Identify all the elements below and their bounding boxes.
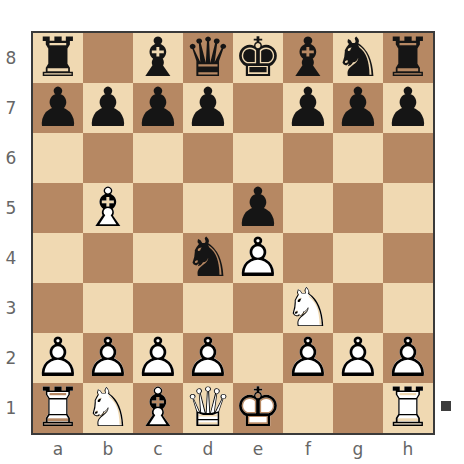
piece-black-pawn: ♟ [283, 83, 333, 133]
square-g6[interactable] [333, 133, 383, 183]
square-f5[interactable] [283, 183, 333, 233]
square-h5[interactable] [383, 183, 433, 233]
rank-label-8: 8 [0, 33, 22, 83]
piece-white-pawn: ♟ [383, 333, 433, 383]
square-h7[interactable]: ♟ [383, 83, 433, 133]
file-label-h: h [383, 437, 433, 461]
piece-black-pawn: ♟ [333, 83, 383, 133]
piece-white-pawn: ♟ [83, 333, 133, 383]
square-c3[interactable] [133, 283, 183, 333]
square-h3[interactable] [383, 283, 433, 333]
square-b6[interactable] [83, 133, 133, 183]
file-label-g: g [333, 437, 383, 461]
square-g3[interactable] [333, 283, 383, 333]
piece-white-pawn: ♟ [233, 233, 283, 283]
piece-white-pawn-outline: ♙ [383, 333, 433, 383]
rank-label-7: 7 [0, 83, 22, 133]
square-h2[interactable]: ♟♙ [383, 333, 433, 383]
square-a7[interactable]: ♟ [33, 83, 83, 133]
file-label-a: a [33, 437, 83, 461]
square-e7[interactable] [233, 83, 283, 133]
square-g5[interactable] [333, 183, 383, 233]
rank-label-6: 6 [0, 133, 22, 183]
piece-white-queen-outline: ♕ [183, 383, 233, 433]
square-e3[interactable] [233, 283, 283, 333]
piece-black-pawn: ♟ [183, 83, 233, 133]
square-c4[interactable] [133, 233, 183, 283]
square-b5[interactable]: ♝♗ [83, 183, 133, 233]
square-c1[interactable]: ♝♗ [133, 383, 183, 433]
square-b2[interactable]: ♟♙ [83, 333, 133, 383]
square-h1[interactable]: ♜♖ [383, 383, 433, 433]
square-g4[interactable] [333, 233, 383, 283]
piece-white-pawn: ♟ [333, 333, 383, 383]
piece-black-knight: ♞ [183, 233, 233, 283]
square-f7[interactable]: ♟ [283, 83, 333, 133]
piece-white-bishop-outline: ♗ [83, 183, 133, 233]
piece-white-rook: ♜ [33, 383, 83, 433]
square-b4[interactable] [83, 233, 133, 283]
file-label-e: e [233, 437, 283, 461]
piece-white-knight-outline: ♘ [83, 383, 133, 433]
square-e1[interactable]: ♚♔ [233, 383, 283, 433]
square-a8[interactable]: ♜ [33, 33, 83, 83]
piece-black-rook: ♜ [383, 33, 433, 83]
square-g7[interactable]: ♟ [333, 83, 383, 133]
square-c8[interactable]: ♝ [133, 33, 183, 83]
piece-white-rook: ♜ [383, 383, 433, 433]
square-a4[interactable] [33, 233, 83, 283]
rank-label-5: 5 [0, 183, 22, 233]
piece-white-rook-outline: ♖ [383, 383, 433, 433]
piece-white-knight: ♞ [83, 383, 133, 433]
piece-black-knight: ♞ [333, 33, 383, 83]
piece-white-pawn-outline: ♙ [183, 333, 233, 383]
square-d4[interactable]: ♞ [183, 233, 233, 283]
square-f1[interactable] [283, 383, 333, 433]
rank-label-2: 2 [0, 333, 22, 383]
square-g2[interactable]: ♟♙ [333, 333, 383, 383]
piece-black-pawn: ♟ [33, 83, 83, 133]
piece-white-pawn-outline: ♙ [283, 333, 333, 383]
piece-black-queen: ♛ [183, 33, 233, 83]
square-c2[interactable]: ♟♙ [133, 333, 183, 383]
piece-white-pawn-outline: ♙ [233, 233, 283, 283]
piece-black-bishop: ♝ [283, 33, 333, 83]
piece-white-pawn-outline: ♙ [133, 333, 183, 383]
piece-black-pawn: ♟ [383, 83, 433, 133]
piece-white-pawn-outline: ♙ [333, 333, 383, 383]
square-d1[interactable]: ♛♕ [183, 383, 233, 433]
piece-black-pawn: ♟ [83, 83, 133, 133]
rank-label-1: 1 [0, 383, 22, 433]
square-f8[interactable]: ♝ [283, 33, 333, 83]
piece-white-pawn: ♟ [283, 333, 333, 383]
piece-white-king-outline: ♔ [233, 383, 283, 433]
file-label-c: c [133, 437, 183, 461]
square-e5[interactable]: ♟ [233, 183, 283, 233]
rank-label-3: 3 [0, 283, 22, 333]
piece-white-rook-outline: ♖ [33, 383, 83, 433]
square-b7[interactable]: ♟ [83, 83, 133, 133]
piece-white-knight-outline: ♘ [283, 283, 333, 333]
square-e8[interactable]: ♚ [233, 33, 283, 83]
square-c5[interactable] [133, 183, 183, 233]
rank-label-4: 4 [0, 233, 22, 283]
piece-black-pawn: ♟ [133, 83, 183, 133]
square-e6[interactable] [233, 133, 283, 183]
piece-black-bishop: ♝ [133, 33, 183, 83]
chess-board-screenshot: ♜♝♛♚♝♞♜♟♟♟♟♟♟♟♝♗♟♞♟♙♞♘♟♙♟♙♟♙♟♙♟♙♟♙♟♙♜♖♞♘… [0, 0, 464, 464]
square-e4[interactable]: ♟♙ [233, 233, 283, 283]
square-g8[interactable]: ♞ [333, 33, 383, 83]
square-c7[interactable]: ♟ [133, 83, 183, 133]
square-a6[interactable] [33, 133, 83, 183]
piece-black-pawn: ♟ [233, 183, 283, 233]
piece-white-king: ♚ [233, 383, 283, 433]
piece-white-queen: ♛ [183, 383, 233, 433]
square-h8[interactable]: ♜ [383, 33, 433, 83]
file-label-f: f [283, 437, 333, 461]
file-label-d: d [183, 437, 233, 461]
move-indicator [441, 401, 451, 411]
piece-black-rook: ♜ [33, 33, 83, 83]
square-d6[interactable] [183, 133, 233, 183]
piece-white-pawn: ♟ [133, 333, 183, 383]
square-d2[interactable]: ♟♙ [183, 333, 233, 383]
square-e2[interactable] [233, 333, 283, 383]
square-a2[interactable]: ♟♙ [33, 333, 83, 383]
square-a1[interactable]: ♜♖ [33, 383, 83, 433]
piece-white-pawn-outline: ♙ [33, 333, 83, 383]
piece-white-knight: ♞ [283, 283, 333, 333]
square-d5[interactable] [183, 183, 233, 233]
piece-white-pawn: ♟ [183, 333, 233, 383]
piece-white-bishop: ♝ [83, 183, 133, 233]
square-a3[interactable] [33, 283, 83, 333]
piece-white-pawn: ♟ [33, 333, 83, 383]
piece-white-pawn-outline: ♙ [83, 333, 133, 383]
square-b8[interactable] [83, 33, 133, 83]
square-c6[interactable] [133, 133, 183, 183]
square-g1[interactable] [333, 383, 383, 433]
square-b3[interactable] [83, 283, 133, 333]
square-d7[interactable]: ♟ [183, 83, 233, 133]
square-f2[interactable]: ♟♙ [283, 333, 333, 383]
square-d3[interactable] [183, 283, 233, 333]
square-a5[interactable] [33, 183, 83, 233]
square-f4[interactable] [283, 233, 333, 283]
piece-black-king: ♚ [233, 33, 283, 83]
square-h6[interactable] [383, 133, 433, 183]
piece-white-bishop-outline: ♗ [133, 383, 183, 433]
file-label-b: b [83, 437, 133, 461]
square-f3[interactable]: ♞♘ [283, 283, 333, 333]
square-h4[interactable] [383, 233, 433, 283]
board: ♜♝♛♚♝♞♜♟♟♟♟♟♟♟♝♗♟♞♟♙♞♘♟♙♟♙♟♙♟♙♟♙♟♙♟♙♜♖♞♘… [31, 31, 435, 435]
piece-white-bishop: ♝ [133, 383, 183, 433]
square-d8[interactable]: ♛ [183, 33, 233, 83]
square-f6[interactable] [283, 133, 333, 183]
square-b1[interactable]: ♞♘ [83, 383, 133, 433]
